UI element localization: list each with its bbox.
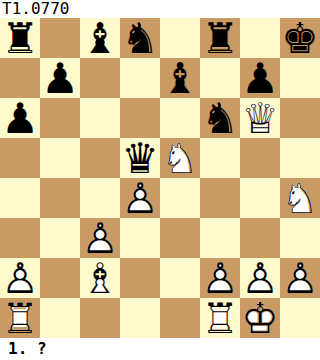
white-queen-outline: ♕	[240, 98, 280, 138]
square-d2[interactable]	[120, 258, 160, 298]
white-pawn-icon[interactable]: ♟♙	[280, 258, 320, 298]
white-king-icon[interactable]: ♚♔	[240, 298, 280, 338]
square-a6[interactable]: ♟	[0, 98, 40, 138]
square-e4[interactable]	[160, 178, 200, 218]
black-knight-icon[interactable]: ♞	[120, 18, 160, 58]
black-pawn-icon[interactable]: ♟	[40, 58, 80, 98]
black-king-solid: ♚	[280, 18, 320, 58]
white-knight-icon[interactable]: ♞♘	[160, 138, 200, 178]
white-rook-icon[interactable]: ♜♖	[200, 298, 240, 338]
white-pawn-outline: ♙	[0, 258, 40, 298]
square-h5[interactable]	[280, 138, 320, 178]
square-h8[interactable]: ♚	[280, 18, 320, 58]
square-b7[interactable]: ♟	[40, 58, 80, 98]
square-f8[interactable]: ♜	[200, 18, 240, 58]
square-g1[interactable]: ♚♔	[240, 298, 280, 338]
black-pawn-icon[interactable]: ♟	[0, 98, 40, 138]
square-d8[interactable]: ♞	[120, 18, 160, 58]
black-rook-icon[interactable]: ♜	[0, 18, 40, 58]
square-a1[interactable]: ♜♖	[0, 298, 40, 338]
square-d5[interactable]: ♛	[120, 138, 160, 178]
white-rook-icon[interactable]: ♜♖	[0, 298, 40, 338]
black-rook-icon[interactable]: ♜	[200, 18, 240, 58]
square-h7[interactable]	[280, 58, 320, 98]
square-f3[interactable]	[200, 218, 240, 258]
white-pawn-icon[interactable]: ♟♙	[200, 258, 240, 298]
white-pawn-icon[interactable]: ♟♙	[0, 258, 40, 298]
square-e2[interactable]	[160, 258, 200, 298]
square-c2[interactable]: ♝♗	[80, 258, 120, 298]
square-f1[interactable]: ♜♖	[200, 298, 240, 338]
white-queen-icon[interactable]: ♛♕	[240, 98, 280, 138]
square-e7[interactable]: ♝	[160, 58, 200, 98]
square-b5[interactable]	[40, 138, 80, 178]
chess-board[interactable]: ♜♝♞♜♚♟♝♟♟♞♛♕♛♞♘♟♙♞♘♟♙♟♙♝♗♟♙♟♙♟♙♜♖♜♖♚♔	[0, 18, 320, 338]
square-b8[interactable]	[40, 18, 80, 58]
square-d4[interactable]: ♟♙	[120, 178, 160, 218]
white-pawn-outline: ♙	[200, 258, 240, 298]
square-e8[interactable]	[160, 18, 200, 58]
white-pawn-icon[interactable]: ♟♙	[80, 218, 120, 258]
black-pawn-solid: ♟	[0, 98, 40, 138]
square-a5[interactable]	[0, 138, 40, 178]
square-b3[interactable]	[40, 218, 80, 258]
square-a3[interactable]	[0, 218, 40, 258]
square-c4[interactable]	[80, 178, 120, 218]
square-c1[interactable]	[80, 298, 120, 338]
diagram-title: T1.0770	[0, 0, 320, 18]
square-h4[interactable]: ♞♘	[280, 178, 320, 218]
square-c8[interactable]: ♝	[80, 18, 120, 58]
square-g3[interactable]	[240, 218, 280, 258]
square-h1[interactable]	[280, 298, 320, 338]
square-c3[interactable]: ♟♙	[80, 218, 120, 258]
black-knight-solid: ♞	[200, 98, 240, 138]
white-bishop-icon[interactable]: ♝♗	[80, 258, 120, 298]
square-a7[interactable]	[0, 58, 40, 98]
square-c7[interactable]	[80, 58, 120, 98]
square-d7[interactable]	[120, 58, 160, 98]
square-c5[interactable]	[80, 138, 120, 178]
black-rook-solid: ♜	[0, 18, 40, 58]
black-knight-icon[interactable]: ♞	[200, 98, 240, 138]
square-d1[interactable]	[120, 298, 160, 338]
black-pawn-solid: ♟	[240, 58, 280, 98]
square-e6[interactable]	[160, 98, 200, 138]
square-g4[interactable]	[240, 178, 280, 218]
square-f2[interactable]: ♟♙	[200, 258, 240, 298]
square-d3[interactable]	[120, 218, 160, 258]
white-knight-icon[interactable]: ♞♘	[280, 178, 320, 218]
chess-diagram-page: T1.0770 ♜♝♞♜♚♟♝♟♟♞♛♕♛♞♘♟♙♞♘♟♙♟♙♝♗♟♙♟♙♟♙♜…	[0, 0, 320, 360]
square-e5[interactable]: ♞♘	[160, 138, 200, 178]
square-a4[interactable]	[0, 178, 40, 218]
black-bishop-solid: ♝	[80, 18, 120, 58]
black-bishop-icon[interactable]: ♝	[80, 18, 120, 58]
white-bishop-outline: ♗	[80, 258, 120, 298]
black-bishop-solid: ♝	[160, 58, 200, 98]
square-h6[interactable]	[280, 98, 320, 138]
square-h3[interactable]	[280, 218, 320, 258]
square-a2[interactable]: ♟♙	[0, 258, 40, 298]
black-pawn-icon[interactable]: ♟	[240, 58, 280, 98]
square-b6[interactable]	[40, 98, 80, 138]
square-b4[interactable]	[40, 178, 80, 218]
black-queen-solid: ♛	[120, 138, 160, 178]
white-knight-outline: ♘	[280, 178, 320, 218]
white-pawn-outline: ♙	[240, 258, 280, 298]
white-knight-outline: ♘	[160, 138, 200, 178]
black-rook-solid: ♜	[200, 18, 240, 58]
square-g7[interactable]: ♟	[240, 58, 280, 98]
square-b1[interactable]	[40, 298, 80, 338]
square-g2[interactable]: ♟♙	[240, 258, 280, 298]
black-bishop-icon[interactable]: ♝	[160, 58, 200, 98]
black-pawn-solid: ♟	[40, 58, 80, 98]
square-d6[interactable]	[120, 98, 160, 138]
black-king-icon[interactable]: ♚	[280, 18, 320, 58]
black-knight-solid: ♞	[120, 18, 160, 58]
white-rook-outline: ♖	[0, 298, 40, 338]
square-h2[interactable]: ♟♙	[280, 258, 320, 298]
square-e3[interactable]	[160, 218, 200, 258]
white-pawn-outline: ♙	[280, 258, 320, 298]
square-g8[interactable]	[240, 18, 280, 58]
square-e1[interactable]	[160, 298, 200, 338]
white-pawn-outline: ♙	[80, 218, 120, 258]
square-f4[interactable]	[200, 178, 240, 218]
white-pawn-outline: ♙	[120, 178, 160, 218]
white-king-outline: ♔	[240, 298, 280, 338]
white-pawn-icon[interactable]: ♟♙	[120, 178, 160, 218]
square-g5[interactable]	[240, 138, 280, 178]
white-rook-outline: ♖	[200, 298, 240, 338]
square-c6[interactable]	[80, 98, 120, 138]
square-f6[interactable]: ♞	[200, 98, 240, 138]
square-f5[interactable]	[200, 138, 240, 178]
square-a8[interactable]: ♜	[0, 18, 40, 58]
square-b2[interactable]	[40, 258, 80, 298]
white-pawn-icon[interactable]: ♟♙	[240, 258, 280, 298]
black-queen-icon[interactable]: ♛	[120, 138, 160, 178]
square-g6[interactable]: ♛♕	[240, 98, 280, 138]
square-f7[interactable]	[200, 58, 240, 98]
